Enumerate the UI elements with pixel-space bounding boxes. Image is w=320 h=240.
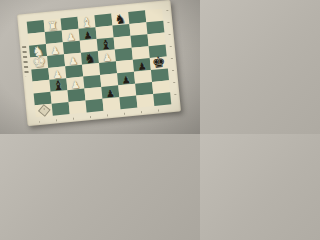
square-h1 [153,92,171,106]
board-grid: ♜♝♞♟♟♞♟♝♚♟♞♟♟♟♚♝♟♟♟ [27,9,172,118]
square-b1 [52,102,70,116]
square-g1 [136,94,154,108]
square-f1 [119,96,137,110]
square-a1 [35,104,53,118]
chessboard: ♜♝♞♟♟♞♟♝♚♟♞♟♟♟♚♝♟♟♟ [17,0,181,126]
square-e1 [102,97,120,111]
square-d1 [86,99,104,113]
corner-logo [37,104,50,117]
square-c1 [69,100,87,114]
border-brand-text [22,46,29,76]
